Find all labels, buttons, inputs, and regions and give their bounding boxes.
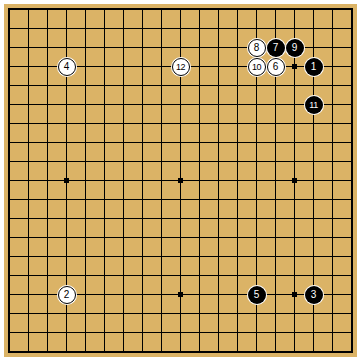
stone-white-8: 8 (248, 39, 266, 57)
stone-black-9: 9 (286, 39, 304, 57)
go-board-diagram: 123456789101112 (0, 0, 361, 361)
star-point (292, 178, 297, 183)
stone-white-6: 6 (267, 58, 285, 76)
stone-white-2: 2 (58, 286, 76, 304)
star-point (178, 292, 183, 297)
star-point (178, 178, 183, 183)
star-point (292, 292, 297, 297)
stone-white-4: 4 (58, 58, 76, 76)
stone-black-5: 5 (248, 286, 266, 304)
star-point (64, 178, 69, 183)
star-point (292, 64, 297, 69)
go-board: 123456789101112 (4, 4, 357, 357)
stone-black-3: 3 (305, 286, 323, 304)
stone-white-12: 12 (172, 58, 190, 76)
stone-black-7: 7 (267, 39, 285, 57)
stone-black-1: 1 (305, 58, 323, 76)
stone-white-10: 10 (248, 58, 266, 76)
stone-black-11: 11 (305, 96, 323, 114)
